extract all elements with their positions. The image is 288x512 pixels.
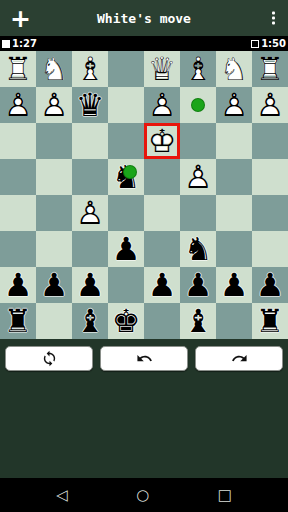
- square-b5[interactable]: [216, 195, 252, 231]
- background-area: [0, 371, 288, 478]
- square-c5[interactable]: [180, 195, 216, 231]
- black-player-icon: [2, 40, 10, 48]
- square-b6[interactable]: [216, 231, 252, 267]
- white-bishop: ♝♗: [184, 51, 213, 87]
- square-e2[interactable]: [108, 87, 144, 123]
- black-rook: ♜: [256, 303, 285, 339]
- android-nav-bar: ◁ ○ □: [0, 478, 288, 512]
- control-buttons: [0, 339, 288, 371]
- square-g3[interactable]: [36, 123, 72, 159]
- square-c3[interactable]: [180, 123, 216, 159]
- square-g2[interactable]: ♟♙: [36, 87, 72, 123]
- overflow-menu-icon[interactable]: [272, 12, 275, 25]
- square-a6[interactable]: [252, 231, 288, 267]
- white-rook: ♜♖: [4, 51, 33, 87]
- white-clock: 1:50: [251, 38, 286, 49]
- square-g8[interactable]: [36, 303, 72, 339]
- black-rook: ♜: [4, 303, 33, 339]
- square-g7[interactable]: ♟: [36, 267, 72, 303]
- square-d3[interactable]: ♚♔: [144, 123, 180, 159]
- square-f2[interactable]: ♛: [72, 87, 108, 123]
- menu-dot: [272, 12, 275, 15]
- chess-board: ♜♖♞♘♝♗♛♕♝♗♞♘♜♖♟♙♟♙♛♟♙♟♙♟♙♚♔♞♟♙♟♙♟♞♟♟♟♟♟♟…: [0, 51, 288, 339]
- square-e4[interactable]: ♞: [108, 159, 144, 195]
- square-h7[interactable]: ♟: [0, 267, 36, 303]
- square-d6[interactable]: [144, 231, 180, 267]
- white-king: ♚♔: [148, 123, 177, 159]
- black-bishop: ♝: [184, 303, 213, 339]
- square-h2[interactable]: ♟♙: [0, 87, 36, 123]
- square-f6[interactable]: [72, 231, 108, 267]
- square-h3[interactable]: [0, 123, 36, 159]
- square-h6[interactable]: [0, 231, 36, 267]
- square-b2[interactable]: ♟♙: [216, 87, 252, 123]
- black-pawn: ♟: [256, 267, 285, 303]
- square-d7[interactable]: ♟: [144, 267, 180, 303]
- square-c7[interactable]: ♟: [180, 267, 216, 303]
- sync-arrows-icon: [41, 350, 58, 367]
- black-pawn: ♟: [220, 267, 249, 303]
- square-h8[interactable]: ♜: [0, 303, 36, 339]
- black-pawn: ♟: [40, 267, 69, 303]
- white-pawn: ♟♙: [184, 159, 213, 195]
- white-player-icon: [251, 40, 259, 48]
- square-b8[interactable]: [216, 303, 252, 339]
- square-c4[interactable]: ♟♙: [180, 159, 216, 195]
- square-c2[interactable]: [180, 87, 216, 123]
- white-knight: ♞♘: [220, 51, 249, 87]
- square-e8[interactable]: ♚: [108, 303, 144, 339]
- menu-dot: [272, 22, 275, 25]
- redo-arrow-icon: [231, 350, 248, 367]
- redo-button[interactable]: [195, 346, 283, 371]
- green-circle-marker: [123, 165, 137, 179]
- square-f8[interactable]: ♝: [72, 303, 108, 339]
- chess-app-screen: + White's move 1:27 1:50 ♜♖♞♘♝♗♛♕♝♗♞♘♜♖♟…: [0, 0, 288, 512]
- black-pawn: ♟: [4, 267, 33, 303]
- square-a2[interactable]: ♟♙: [252, 87, 288, 123]
- white-pawn: ♟♙: [40, 87, 69, 123]
- square-f3[interactable]: [72, 123, 108, 159]
- white-pawn: ♟♙: [148, 87, 177, 123]
- square-e5[interactable]: [108, 195, 144, 231]
- square-f5[interactable]: ♟♙: [72, 195, 108, 231]
- white-pawn: ♟♙: [256, 87, 285, 123]
- square-f4[interactable]: [72, 159, 108, 195]
- square-d8[interactable]: [144, 303, 180, 339]
- black-bishop: ♝: [76, 303, 105, 339]
- white-knight: ♞♘: [40, 51, 69, 87]
- page-title: White's move: [0, 11, 288, 26]
- square-a7[interactable]: ♟: [252, 267, 288, 303]
- white-pawn: ♟♙: [220, 87, 249, 123]
- square-d4[interactable]: [144, 159, 180, 195]
- home-icon[interactable]: ○: [136, 488, 149, 503]
- black-pawn: ♟: [76, 267, 105, 303]
- square-a8[interactable]: ♜: [252, 303, 288, 339]
- white-pawn: ♟♙: [4, 87, 33, 123]
- clock-bar: 1:27 1:50: [0, 36, 288, 51]
- black-pawn: ♟: [148, 267, 177, 303]
- square-b3[interactable]: [216, 123, 252, 159]
- square-d2[interactable]: ♟♙: [144, 87, 180, 123]
- black-knight: ♞: [184, 231, 213, 267]
- white-pawn: ♟♙: [76, 195, 105, 231]
- square-a5[interactable]: [252, 195, 288, 231]
- black-pawn: ♟: [184, 267, 213, 303]
- black-clock: 1:27: [2, 38, 37, 49]
- back-icon[interactable]: ◁: [56, 488, 68, 503]
- square-a1[interactable]: ♜♖: [252, 51, 288, 87]
- white-clock-time: 1:50: [261, 38, 286, 49]
- flip-board-button[interactable]: [5, 346, 93, 371]
- white-queen: ♛♕: [148, 51, 177, 87]
- app-bar: + White's move: [0, 0, 288, 36]
- black-pawn: ♟: [112, 231, 141, 267]
- square-b4[interactable]: [216, 159, 252, 195]
- undo-button[interactable]: [100, 346, 188, 371]
- square-e1[interactable]: [108, 51, 144, 87]
- recents-icon[interactable]: □: [218, 488, 232, 503]
- square-a3[interactable]: [252, 123, 288, 159]
- menu-dot: [272, 17, 275, 20]
- square-c6[interactable]: ♞: [180, 231, 216, 267]
- square-d1[interactable]: ♛♕: [144, 51, 180, 87]
- square-g5[interactable]: [36, 195, 72, 231]
- square-e3[interactable]: [108, 123, 144, 159]
- square-h5[interactable]: [0, 195, 36, 231]
- black-king: ♚: [112, 303, 141, 339]
- square-g4[interactable]: [36, 159, 72, 195]
- square-f1[interactable]: ♝♗: [72, 51, 108, 87]
- square-c1[interactable]: ♝♗: [180, 51, 216, 87]
- white-bishop: ♝♗: [76, 51, 105, 87]
- black-queen: ♛: [76, 87, 105, 123]
- square-b7[interactable]: ♟: [216, 267, 252, 303]
- undo-arrow-icon: [136, 350, 153, 367]
- square-g6[interactable]: [36, 231, 72, 267]
- black-clock-time: 1:27: [12, 38, 37, 49]
- square-d5[interactable]: [144, 195, 180, 231]
- square-h4[interactable]: [0, 159, 36, 195]
- square-b1[interactable]: ♞♘: [216, 51, 252, 87]
- square-c8[interactable]: ♝: [180, 303, 216, 339]
- white-rook: ♜♖: [256, 51, 285, 87]
- square-e6[interactable]: ♟: [108, 231, 144, 267]
- square-g1[interactable]: ♞♘: [36, 51, 72, 87]
- square-f7[interactable]: ♟: [72, 267, 108, 303]
- square-a4[interactable]: [252, 159, 288, 195]
- square-h1[interactable]: ♜♖: [0, 51, 36, 87]
- green-dot-marker: [191, 98, 205, 112]
- square-e7[interactable]: [108, 267, 144, 303]
